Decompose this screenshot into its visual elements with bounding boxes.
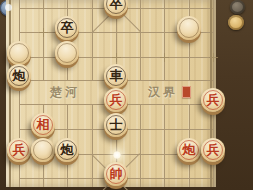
piece-advisor-e6[interactable]: 士 [104,113,128,137]
piece-soldier-i5[interactable]: 兵 [201,88,225,112]
river-seal-stamp [182,86,191,98]
piece-character: 相 [37,118,50,131]
piece-character: 兵 [110,93,123,106]
game-window: 楚河 汉界 卒卒炮車兵兵相士兵炮炮兵帥 [0,0,253,190]
piece-character: 兵 [207,93,220,106]
piece-cannon-c7[interactable]: 炮 [55,138,79,162]
piece-face-down-b7[interactable] [31,138,55,162]
file-line-b-top [43,0,44,80]
dark-coin-badge-icon[interactable] [230,0,245,14]
piece-character: 兵 [207,143,220,156]
file-line-h-top [189,0,190,80]
piece-character: 炮 [13,69,26,82]
piece-general-e8[interactable]: 帥 [104,162,128,186]
piece-chariot-e4[interactable]: 車 [104,64,128,88]
file-line-f-top [140,0,141,80]
piece-character: 卒 [61,21,74,34]
river-text-left: 楚河 [50,84,80,101]
gold-coin-badge-icon[interactable] [228,15,244,30]
piece-cannon-h7[interactable]: 炮 [177,138,201,162]
file-line-d-bottom [92,104,93,187]
piece-character: 帥 [110,167,123,180]
move-indicator-dot [113,151,121,159]
file-line-f-bottom [140,104,141,187]
point-marker-b2 [39,28,48,37]
piece-face-down-a3[interactable] [7,41,31,65]
file-line-g-top [164,0,165,80]
piece-character: 士 [110,118,123,131]
piece-elephant-b6[interactable]: 相 [31,113,55,137]
piece-face-down-h2[interactable] [177,16,201,40]
piece-soldier-c2[interactable]: 卒 [55,16,79,40]
piece-soldier-e5[interactable]: 兵 [104,88,128,112]
point-marker-g3 [160,53,169,62]
river-text-right: 汉界 [148,84,178,101]
piece-character: 兵 [13,143,26,156]
piece-soldier-a7[interactable]: 兵 [7,138,31,162]
piece-face-down-c3[interactable] [55,41,79,65]
file-line-g-bottom [164,104,165,187]
point-marker-i3 [209,53,218,62]
file-line-c-top [67,0,68,80]
piece-soldier-i7[interactable]: 兵 [201,138,225,162]
piece-cannon-a4[interactable]: 炮 [7,64,31,88]
piece-character: 卒 [110,0,123,10]
piece-character: 車 [110,69,123,82]
file-line-d-top [92,0,93,80]
piece-character: 炮 [61,143,74,156]
point-marker-e3 [112,53,121,62]
piece-character: 炮 [183,143,196,156]
